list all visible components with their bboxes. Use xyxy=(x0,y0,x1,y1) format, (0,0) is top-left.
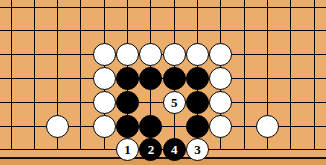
stone-white xyxy=(93,67,116,90)
stone-white xyxy=(116,43,139,66)
stone-black xyxy=(116,91,139,114)
stone-white xyxy=(93,43,116,66)
grid-horizontal-line xyxy=(0,30,326,31)
grid-horizontal-line xyxy=(0,7,326,8)
move-4-stone-black: 4 xyxy=(163,138,186,161)
grid-vertical-line xyxy=(11,0,12,150)
grid-vertical-line xyxy=(34,0,35,150)
stone-white xyxy=(46,115,69,138)
go-board: 51243 xyxy=(0,0,326,165)
stone-black xyxy=(116,115,139,138)
stone-black xyxy=(186,67,209,90)
stone-white xyxy=(186,43,209,66)
stone-black xyxy=(116,67,139,90)
move-5-stone-white: 5 xyxy=(163,91,186,114)
stone-black xyxy=(186,115,209,138)
board-bottom-edge-band xyxy=(0,159,326,165)
grid-vertical-line xyxy=(244,0,245,150)
stone-white xyxy=(209,115,232,138)
stone-white xyxy=(163,43,186,66)
grid-vertical-line xyxy=(314,0,315,150)
stone-black xyxy=(163,67,186,90)
stone-white xyxy=(93,91,116,114)
grid-vertical-line xyxy=(80,0,81,150)
stone-white xyxy=(256,115,279,138)
stone-black xyxy=(139,115,162,138)
stone-white xyxy=(93,115,116,138)
stone-white xyxy=(139,43,162,66)
stone-black xyxy=(139,67,162,90)
stone-black xyxy=(186,91,209,114)
stone-white xyxy=(209,43,232,66)
grid-vertical-line xyxy=(290,0,291,150)
stone-white xyxy=(209,67,232,90)
stone-white xyxy=(209,91,232,114)
